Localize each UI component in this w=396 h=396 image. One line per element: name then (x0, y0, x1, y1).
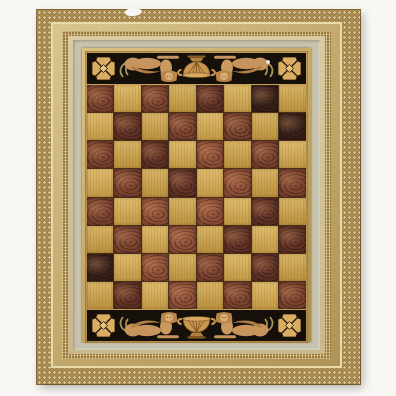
maltese-cross-motif-right (276, 312, 303, 339)
frame-beaded-band (62, 31, 331, 359)
square-c4 (142, 198, 169, 225)
square-d7 (169, 113, 196, 140)
square-b8 (114, 85, 141, 112)
square-h5 (279, 169, 306, 196)
chess-board (87, 85, 306, 309)
square-e2 (197, 254, 224, 281)
maltese-cross-motif-left (90, 55, 117, 82)
square-c6 (142, 141, 169, 168)
square-c7 (142, 113, 169, 140)
square-f3 (224, 226, 251, 253)
square-h1 (279, 282, 306, 309)
square-b1 (114, 282, 141, 309)
maltese-cross-motif-right (276, 55, 303, 82)
square-f1 (224, 282, 251, 309)
square-g8 (252, 85, 279, 112)
square-g3 (252, 226, 279, 253)
square-g5 (252, 169, 279, 196)
square-d4 (169, 198, 196, 225)
square-a5 (87, 169, 114, 196)
square-h2 (279, 254, 306, 281)
square-g1 (252, 282, 279, 309)
square-h8 (279, 85, 306, 112)
square-b6 (114, 141, 141, 168)
square-c3 (142, 226, 169, 253)
frame-smooth-gold-band (51, 22, 342, 368)
square-d6 (169, 141, 196, 168)
square-e7 (197, 113, 224, 140)
square-b4 (114, 198, 141, 225)
square-f6 (224, 141, 251, 168)
square-a4 (87, 198, 114, 225)
square-f4 (224, 198, 251, 225)
square-a8 (87, 85, 114, 112)
square-e4 (197, 198, 224, 225)
square-a1 (87, 282, 114, 309)
marquetry-panel (85, 51, 308, 343)
square-b7 (114, 113, 141, 140)
square-g7 (252, 113, 279, 140)
square-a2 (87, 254, 114, 281)
gilding-chip (124, 7, 142, 17)
square-b3 (114, 226, 141, 253)
frame-step-band (68, 36, 325, 354)
gilt-frame-outer-moulding (37, 10, 360, 384)
square-d2 (169, 254, 196, 281)
square-g2 (252, 254, 279, 281)
square-d5 (169, 169, 196, 196)
square-f2 (224, 254, 251, 281)
square-b5 (114, 169, 141, 196)
square-f7 (224, 113, 251, 140)
bottom-sphinx-frieze (87, 310, 306, 341)
square-g6 (252, 141, 279, 168)
maltese-cross-motif-left (90, 312, 117, 339)
square-a3 (87, 226, 114, 253)
square-e3 (197, 226, 224, 253)
square-e6 (197, 141, 224, 168)
square-h4 (279, 198, 306, 225)
square-d3 (169, 226, 196, 253)
square-e5 (197, 169, 224, 196)
square-b2 (114, 254, 141, 281)
square-d1 (169, 282, 196, 309)
square-d8 (169, 85, 196, 112)
square-f5 (224, 169, 251, 196)
square-a7 (87, 113, 114, 140)
mat (73, 40, 320, 350)
square-f8 (224, 85, 251, 112)
inlay-speck (266, 60, 270, 64)
square-c2 (142, 254, 169, 281)
gold-fillet (82, 48, 311, 342)
square-e1 (197, 282, 224, 309)
square-g4 (252, 198, 279, 225)
square-e8 (197, 85, 224, 112)
square-h6 (279, 141, 306, 168)
square-c8 (142, 85, 169, 112)
square-c1 (142, 282, 169, 309)
square-h3 (279, 226, 306, 253)
square-a6 (87, 141, 114, 168)
square-c5 (142, 169, 169, 196)
top-sphinx-frieze (87, 53, 306, 84)
square-h7 (279, 113, 306, 140)
